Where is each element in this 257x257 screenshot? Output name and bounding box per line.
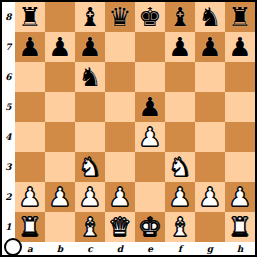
square-a5[interactable] xyxy=(15,92,45,122)
black-pawn-icon[interactable]: ♟ xyxy=(168,32,191,62)
square-h4[interactable] xyxy=(225,122,255,152)
white-pawn-icon[interactable]: ♟ xyxy=(78,182,101,212)
square-c1[interactable]: ♝ xyxy=(75,212,105,242)
square-b4[interactable] xyxy=(45,122,75,152)
square-a1[interactable]: ♜ xyxy=(15,212,45,242)
square-g3[interactable] xyxy=(195,152,225,182)
square-f7[interactable]: ♟ xyxy=(165,32,195,62)
square-f3[interactable]: ♞ xyxy=(165,152,195,182)
square-h8[interactable]: ♜ xyxy=(225,2,255,32)
rank-label-4: 4 xyxy=(2,122,15,152)
square-c3[interactable]: ♞ xyxy=(75,152,105,182)
white-rook-icon[interactable]: ♜ xyxy=(228,212,251,242)
square-b6[interactable] xyxy=(45,62,75,92)
black-knight-icon[interactable]: ♞ xyxy=(78,62,101,92)
square-d2[interactable]: ♟ xyxy=(105,182,135,212)
square-e3[interactable] xyxy=(135,152,165,182)
white-pawn-icon[interactable]: ♟ xyxy=(108,182,131,212)
square-c5[interactable] xyxy=(75,92,105,122)
file-label-b: b xyxy=(45,242,75,255)
black-knight-icon[interactable]: ♞ xyxy=(198,2,221,32)
file-label-d: d xyxy=(105,242,135,255)
square-a7[interactable]: ♟ xyxy=(15,32,45,62)
white-pawn-icon[interactable]: ♟ xyxy=(168,182,191,212)
square-b3[interactable] xyxy=(45,152,75,182)
square-a6[interactable] xyxy=(15,62,45,92)
square-h7[interactable]: ♟ xyxy=(225,32,255,62)
square-b1[interactable] xyxy=(45,212,75,242)
square-f1[interactable]: ♝ xyxy=(165,212,195,242)
chess-diagram: 8♜♝♛♚♝♞♜7♟♟♟♟♟♟6♞5♟4♟3♞♞2♟♟♟♟♟♟♟1♜♝♛♚♝♜a… xyxy=(0,0,257,257)
square-b5[interactable] xyxy=(45,92,75,122)
square-h1[interactable]: ♜ xyxy=(225,212,255,242)
square-d5[interactable] xyxy=(105,92,135,122)
white-knight-icon[interactable]: ♞ xyxy=(78,152,101,182)
square-f6[interactable] xyxy=(165,62,195,92)
file-label-c: c xyxy=(75,242,105,255)
white-king-icon[interactable]: ♚ xyxy=(138,212,161,242)
square-e4[interactable]: ♟ xyxy=(135,122,165,152)
chess-board: 8♜♝♛♚♝♞♜7♟♟♟♟♟♟6♞5♟4♟3♞♞2♟♟♟♟♟♟♟1♜♝♛♚♝♜a… xyxy=(2,2,255,255)
square-f5[interactable] xyxy=(165,92,195,122)
square-a8[interactable]: ♜ xyxy=(15,2,45,32)
square-h5[interactable] xyxy=(225,92,255,122)
square-g6[interactable] xyxy=(195,62,225,92)
square-g1[interactable] xyxy=(195,212,225,242)
square-b2[interactable]: ♟ xyxy=(45,182,75,212)
file-label-e: e xyxy=(135,242,165,255)
square-d6[interactable] xyxy=(105,62,135,92)
square-g4[interactable] xyxy=(195,122,225,152)
square-a3[interactable] xyxy=(15,152,45,182)
black-pawn-icon[interactable]: ♟ xyxy=(138,92,161,122)
file-label-g: g xyxy=(195,242,225,255)
white-to-move-indicator-icon xyxy=(4,238,22,256)
square-f2[interactable]: ♟ xyxy=(165,182,195,212)
square-b7[interactable]: ♟ xyxy=(45,32,75,62)
black-rook-icon[interactable]: ♜ xyxy=(18,2,41,32)
square-e1[interactable]: ♚ xyxy=(135,212,165,242)
square-h3[interactable] xyxy=(225,152,255,182)
rank-label-8: 8 xyxy=(2,2,15,32)
rank-label-3: 3 xyxy=(2,152,15,182)
square-d7[interactable] xyxy=(105,32,135,62)
square-g8[interactable]: ♞ xyxy=(195,2,225,32)
square-a2[interactable]: ♟ xyxy=(15,182,45,212)
rank-label-2: 2 xyxy=(2,182,15,212)
white-queen-icon[interactable]: ♛ xyxy=(108,212,131,242)
square-e7[interactable] xyxy=(135,32,165,62)
square-h2[interactable]: ♟ xyxy=(225,182,255,212)
square-a4[interactable] xyxy=(15,122,45,152)
square-e6[interactable] xyxy=(135,62,165,92)
white-pawn-icon[interactable]: ♟ xyxy=(138,122,161,152)
square-e5[interactable]: ♟ xyxy=(135,92,165,122)
square-h6[interactable] xyxy=(225,62,255,92)
square-g7[interactable]: ♟ xyxy=(195,32,225,62)
square-d4[interactable] xyxy=(105,122,135,152)
square-g2[interactable]: ♟ xyxy=(195,182,225,212)
square-c8[interactable]: ♝ xyxy=(75,2,105,32)
square-f4[interactable] xyxy=(165,122,195,152)
square-c6[interactable]: ♞ xyxy=(75,62,105,92)
black-king-icon[interactable]: ♚ xyxy=(138,2,161,32)
white-pawn-icon[interactable]: ♟ xyxy=(18,182,41,212)
file-label-h: h xyxy=(225,242,255,255)
rank-label-6: 6 xyxy=(2,62,15,92)
white-rook-icon[interactable]: ♜ xyxy=(18,212,41,242)
white-bishop-icon[interactable]: ♝ xyxy=(168,212,191,242)
square-e8[interactable]: ♚ xyxy=(135,2,165,32)
square-d8[interactable]: ♛ xyxy=(105,2,135,32)
square-f8[interactable]: ♝ xyxy=(165,2,195,32)
square-c2[interactable]: ♟ xyxy=(75,182,105,212)
black-pawn-icon[interactable]: ♟ xyxy=(18,32,41,62)
rank-label-5: 5 xyxy=(2,92,15,122)
square-b8[interactable] xyxy=(45,2,75,32)
white-knight-icon[interactable]: ♞ xyxy=(168,152,191,182)
square-d1[interactable]: ♛ xyxy=(105,212,135,242)
black-bishop-icon[interactable]: ♝ xyxy=(168,2,191,32)
black-pawn-icon[interactable]: ♟ xyxy=(228,32,251,62)
black-pawn-icon[interactable]: ♟ xyxy=(48,32,71,62)
black-bishop-icon[interactable]: ♝ xyxy=(78,2,101,32)
white-pawn-icon[interactable]: ♟ xyxy=(48,182,71,212)
black-rook-icon[interactable]: ♜ xyxy=(228,2,251,32)
rank-label-7: 7 xyxy=(2,32,15,62)
square-c4[interactable] xyxy=(75,122,105,152)
square-c7[interactable]: ♟ xyxy=(75,32,105,62)
square-d3[interactable] xyxy=(105,152,135,182)
white-pawn-icon[interactable]: ♟ xyxy=(198,182,221,212)
square-g5[interactable] xyxy=(195,92,225,122)
black-pawn-icon[interactable]: ♟ xyxy=(198,32,221,62)
black-pawn-icon[interactable]: ♟ xyxy=(78,32,101,62)
square-e2[interactable] xyxy=(135,182,165,212)
black-queen-icon[interactable]: ♛ xyxy=(108,2,131,32)
white-bishop-icon[interactable]: ♝ xyxy=(78,212,101,242)
white-pawn-icon[interactable]: ♟ xyxy=(228,182,251,212)
file-label-f: f xyxy=(165,242,195,255)
